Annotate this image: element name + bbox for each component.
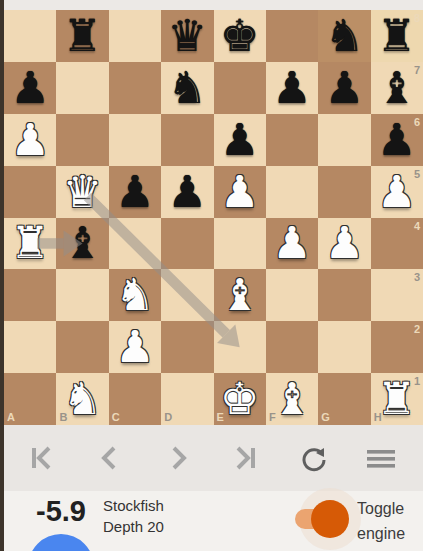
rank-label-7: 7	[414, 64, 420, 76]
file-label-e: E	[217, 411, 224, 423]
square-a7[interactable]: ♟	[4, 62, 56, 114]
black-piece-f7[interactable]: ♟	[266, 62, 318, 114]
square-d4[interactable]	[161, 218, 213, 270]
square-f3[interactable]	[266, 269, 318, 321]
file-label-f: F	[269, 411, 276, 423]
square-c7[interactable]	[109, 62, 161, 114]
square-c4[interactable]	[109, 218, 161, 270]
black-piece-e6[interactable]: ♟	[214, 114, 266, 166]
square-b5[interactable]: ♛	[56, 166, 108, 218]
file-label-h: H	[374, 411, 382, 423]
square-f7[interactable]: ♟	[266, 62, 318, 114]
menu-button[interactable]	[359, 436, 403, 480]
square-g3[interactable]	[318, 269, 370, 321]
black-piece-g7[interactable]: ♟	[318, 62, 370, 114]
square-d3[interactable]	[161, 269, 213, 321]
engine-toggle-thumb[interactable]	[311, 500, 349, 538]
black-piece-g8[interactable]: ♞	[318, 10, 370, 62]
white-piece-a4[interactable]: ♜	[4, 218, 56, 270]
square-d6[interactable]	[161, 114, 213, 166]
square-h1[interactable]: ♜H1	[371, 373, 423, 425]
square-h3[interactable]: 3	[371, 269, 423, 321]
square-b8[interactable]: ♜	[56, 10, 108, 62]
square-h8[interactable]: ♜8	[371, 10, 423, 62]
navigation-toolbar	[0, 425, 423, 491]
square-f8[interactable]	[266, 10, 318, 62]
white-piece-b5[interactable]: ♛	[56, 166, 108, 218]
white-piece-a6[interactable]: ♟	[4, 114, 56, 166]
chevron-left-icon	[93, 441, 127, 475]
rank-label-3: 3	[414, 271, 420, 283]
square-d8[interactable]: ♛	[161, 10, 213, 62]
previous-move-button[interactable]	[88, 436, 132, 480]
screen-edge-strip	[0, 0, 4, 551]
black-piece-b8[interactable]: ♜	[56, 10, 108, 62]
skip-to-end-button[interactable]	[223, 436, 267, 480]
square-e3[interactable]: ♝	[214, 269, 266, 321]
white-piece-c2[interactable]: ♟	[109, 321, 161, 373]
rank-label-4: 4	[414, 220, 420, 232]
square-f2[interactable]	[266, 321, 318, 373]
square-d2[interactable]	[161, 321, 213, 373]
white-piece-g4[interactable]: ♟	[318, 218, 370, 270]
engine-depth: Depth 20	[103, 516, 164, 537]
square-g7[interactable]: ♟	[318, 62, 370, 114]
square-c2[interactable]: ♟	[109, 321, 161, 373]
square-b2[interactable]	[56, 321, 108, 373]
square-e8[interactable]: ♚	[214, 10, 266, 62]
file-label-a: A	[7, 411, 15, 423]
engine-name: Stockfish	[103, 495, 164, 516]
black-piece-b4[interactable]: ♝	[56, 218, 108, 270]
square-c8[interactable]	[109, 10, 161, 62]
black-piece-d8[interactable]: ♛	[161, 10, 213, 62]
app-screen: ♜♛♚♞♜8♟♞♟♟♝7♟♟♟6♛♟♟♟♟5♜♝♟♟4♞♝3♟2A♞BCD♚E♝…	[0, 0, 423, 551]
square-c1[interactable]: C	[109, 373, 161, 425]
engine-toggle[interactable]	[295, 509, 345, 529]
rank-label-5: 5	[414, 168, 420, 180]
square-a6[interactable]: ♟	[4, 114, 56, 166]
square-h4[interactable]: 4	[371, 218, 423, 270]
square-g8[interactable]: ♞	[318, 10, 370, 62]
square-a4[interactable]: ♜	[4, 218, 56, 270]
square-b1[interactable]: ♞B	[56, 373, 108, 425]
square-g6[interactable]	[318, 114, 370, 166]
square-h7[interactable]: ♝7	[371, 62, 423, 114]
square-b7[interactable]	[56, 62, 108, 114]
rank-label-6: 6	[414, 116, 420, 128]
square-f6[interactable]	[266, 114, 318, 166]
black-piece-a7[interactable]: ♟	[4, 62, 56, 114]
hamburger-menu-icon	[365, 442, 397, 474]
white-piece-e5[interactable]: ♟	[214, 166, 266, 218]
chess-board: ♜♛♚♞♜8♟♞♟♟♝7♟♟♟6♛♟♟♟♟5♜♝♟♟4♞♝3♟2A♞BCD♚E♝…	[4, 10, 423, 425]
black-piece-d5[interactable]: ♟	[161, 166, 213, 218]
square-b6[interactable]	[56, 114, 108, 166]
square-e7[interactable]	[214, 62, 266, 114]
skip-to-start-button[interactable]	[20, 436, 64, 480]
square-e5[interactable]: ♟	[214, 166, 266, 218]
rank-label-2: 2	[414, 323, 420, 335]
black-piece-c5[interactable]: ♟	[109, 166, 161, 218]
next-move-button[interactable]	[156, 436, 200, 480]
square-d1[interactable]: D	[161, 373, 213, 425]
evaluation-score: -5.9	[30, 495, 92, 528]
rank-label-8: 8	[414, 12, 420, 24]
square-e6[interactable]: ♟	[214, 114, 266, 166]
sync-refresh-icon	[297, 442, 329, 474]
status-bar-strip	[0, 0, 423, 10]
square-f4[interactable]: ♟	[266, 218, 318, 270]
square-d7[interactable]: ♞	[161, 62, 213, 114]
square-d5[interactable]: ♟	[161, 166, 213, 218]
square-e4[interactable]	[214, 218, 266, 270]
square-a2[interactable]	[4, 321, 56, 373]
white-piece-c3[interactable]: ♞	[109, 269, 161, 321]
reload-analysis-button[interactable]	[291, 436, 335, 480]
square-c6[interactable]	[109, 114, 161, 166]
engine-info: Stockfish Depth 20	[103, 495, 164, 537]
square-a8[interactable]	[4, 10, 56, 62]
square-a3[interactable]	[4, 269, 56, 321]
square-h2[interactable]: 2	[371, 321, 423, 373]
black-piece-e8[interactable]: ♚	[214, 10, 266, 62]
square-c3[interactable]: ♞	[109, 269, 161, 321]
square-a1[interactable]: A	[4, 373, 56, 425]
toggle-engine-label: Toggle engine	[357, 496, 405, 546]
square-h6[interactable]: ♟6	[371, 114, 423, 166]
file-label-b: B	[59, 411, 67, 423]
file-label-g: G	[321, 411, 330, 423]
square-h5[interactable]: ♟5	[371, 166, 423, 218]
black-piece-d7[interactable]: ♞	[161, 62, 213, 114]
square-b4[interactable]: ♝	[56, 218, 108, 270]
square-f5[interactable]	[266, 166, 318, 218]
square-g1[interactable]: G	[318, 373, 370, 425]
skip-to-end-icon	[228, 441, 262, 475]
white-piece-f4[interactable]: ♟	[266, 218, 318, 270]
skip-to-start-icon	[25, 441, 59, 475]
chevron-right-icon	[161, 441, 195, 475]
square-g2[interactable]	[318, 321, 370, 373]
square-g5[interactable]	[318, 166, 370, 218]
rank-label-1: 1	[414, 375, 420, 387]
file-label-d: D	[164, 411, 172, 423]
square-b3[interactable]	[56, 269, 108, 321]
square-a5[interactable]	[4, 166, 56, 218]
square-e2[interactable]	[214, 321, 266, 373]
square-g4[interactable]: ♟	[318, 218, 370, 270]
square-c5[interactable]: ♟	[109, 166, 161, 218]
square-f1[interactable]: ♝F	[266, 373, 318, 425]
white-piece-e3[interactable]: ♝	[214, 269, 266, 321]
square-e1[interactable]: ♚E	[214, 373, 266, 425]
file-label-c: C	[112, 411, 120, 423]
